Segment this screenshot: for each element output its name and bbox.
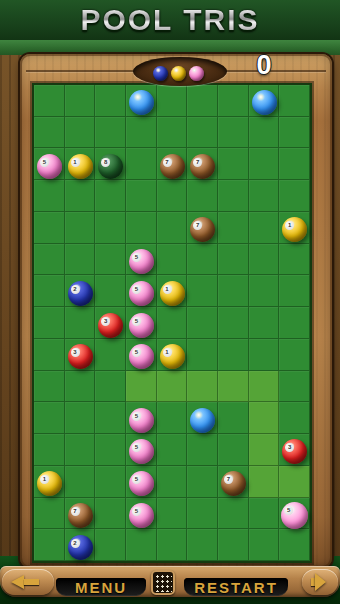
board-cell[interactable] [65, 117, 96, 149]
ball-pink[interactable]: 5 [129, 408, 154, 433]
board-cell[interactable] [34, 529, 65, 561]
board-cell[interactable] [95, 244, 126, 276]
board-cell[interactable] [279, 180, 310, 212]
ball-number: 1 [71, 158, 80, 167]
board-cell[interactable] [218, 339, 249, 371]
board-cell-highlighted[interactable] [187, 371, 218, 403]
board-cell[interactable] [187, 180, 218, 212]
board-cell[interactable] [34, 180, 65, 212]
board-cell-highlighted[interactable] [279, 466, 310, 498]
board-cell-highlighted[interactable] [249, 402, 280, 434]
board-cell[interactable] [126, 529, 157, 561]
board-cell[interactable] [249, 117, 280, 149]
board-cell[interactable] [218, 212, 249, 244]
board-cell[interactable] [95, 180, 126, 212]
next-ball-yellow [171, 66, 186, 81]
pool-tris-app: POOL TRIS 51877715251353515531577552 0 M… [0, 0, 340, 604]
ball-number: 1 [163, 348, 172, 357]
ball-blue[interactable] [190, 408, 215, 433]
ball-yellow[interactable]: 1 [68, 154, 93, 179]
board-cell[interactable] [279, 148, 310, 180]
back-arrow-icon [11, 575, 24, 589]
board-cell[interactable] [65, 212, 96, 244]
ball-number: 2 [71, 539, 80, 548]
title-bar: POOL TRIS [0, 0, 340, 40]
board-cell[interactable] [157, 117, 188, 149]
board-cell[interactable] [218, 244, 249, 276]
board-cell[interactable] [65, 466, 96, 498]
ball-number: 3 [101, 317, 110, 326]
restart-label: RESTART [194, 579, 278, 596]
ball-blue[interactable] [252, 90, 277, 115]
ball-pink[interactable]: 5 [129, 313, 154, 338]
board-cell[interactable] [126, 212, 157, 244]
board-cell[interactable] [157, 529, 188, 561]
ball-pink[interactable]: 5 [129, 281, 154, 306]
board-cell[interactable] [157, 244, 188, 276]
board-cell[interactable] [157, 402, 188, 434]
menu-button[interactable]: MENU [56, 578, 146, 596]
board-cell[interactable] [279, 307, 310, 339]
board-cell[interactable] [34, 212, 65, 244]
sound-button[interactable] [302, 569, 338, 595]
board-cell[interactable] [249, 339, 280, 371]
board-cell[interactable] [95, 212, 126, 244]
board-cell[interactable] [249, 244, 280, 276]
ball-navy[interactable]: 2 [68, 535, 93, 560]
board-cell[interactable] [34, 402, 65, 434]
board-cell[interactable] [279, 275, 310, 307]
ball-number: 8 [101, 158, 110, 167]
board-cell[interactable] [157, 498, 188, 530]
board-cell[interactable] [65, 244, 96, 276]
ball-number: 5 [132, 507, 141, 516]
board-cell[interactable] [95, 466, 126, 498]
board-cell[interactable] [187, 434, 218, 466]
board-cell[interactable] [95, 498, 126, 530]
next-balls-tray [133, 57, 227, 86]
board: 51877715251353515531577552 [34, 85, 310, 561]
board-cell[interactable] [218, 402, 249, 434]
board-cell[interactable] [34, 275, 65, 307]
board-cell[interactable] [34, 307, 65, 339]
app-title: POOL TRIS [80, 0, 259, 40]
board-cell[interactable] [157, 85, 188, 117]
mini-board-icon[interactable] [151, 570, 175, 595]
board-cell[interactable] [126, 117, 157, 149]
ball-brown[interactable]: 7 [221, 471, 246, 496]
board-cell[interactable] [95, 339, 126, 371]
board-cell[interactable] [34, 498, 65, 530]
board-cell[interactable] [157, 212, 188, 244]
ball-number: 1 [40, 475, 49, 484]
board-cell-highlighted[interactable] [157, 371, 188, 403]
board-cell[interactable] [95, 402, 126, 434]
ball-navy[interactable]: 2 [68, 281, 93, 306]
board-cell[interactable] [187, 244, 218, 276]
ball-pink-large[interactable]: 5 [281, 502, 308, 529]
speaker-icon-cone [315, 573, 326, 591]
ball-number: 5 [132, 317, 141, 326]
board-cell[interactable] [249, 180, 280, 212]
board-cell[interactable] [95, 85, 126, 117]
board-cell[interactable] [187, 498, 218, 530]
board-cell[interactable] [187, 307, 218, 339]
board-cell[interactable] [279, 85, 310, 117]
ball-number: 5 [132, 253, 141, 262]
ball-yellow[interactable]: 1 [160, 344, 185, 369]
ball-number: 7 [193, 221, 202, 230]
ball-number: 3 [285, 443, 294, 452]
board-cell[interactable] [187, 117, 218, 149]
board-cell[interactable] [157, 180, 188, 212]
back-arrow-icon-tail [24, 579, 39, 585]
ball-pink[interactable]: 5 [129, 344, 154, 369]
ball-number: 5 [132, 348, 141, 357]
board-cell[interactable] [279, 371, 310, 403]
board-cell[interactable] [279, 117, 310, 149]
ball-number: 5 [40, 158, 49, 167]
board-cell[interactable] [279, 339, 310, 371]
ball-number: 7 [224, 475, 233, 484]
ball-number: 5 [132, 412, 141, 421]
board-cell[interactable] [34, 85, 65, 117]
board-cell-highlighted[interactable] [249, 466, 280, 498]
ball-number: 2 [71, 285, 80, 294]
board-cell-highlighted[interactable] [126, 371, 157, 403]
board-cell[interactable] [249, 498, 280, 530]
score-value: 0 [244, 50, 284, 81]
board-cell[interactable] [95, 529, 126, 561]
board-cell[interactable] [157, 434, 188, 466]
board-cell[interactable] [187, 275, 218, 307]
board-cell[interactable] [187, 85, 218, 117]
board-cell[interactable] [95, 434, 126, 466]
board-cell[interactable] [187, 466, 218, 498]
board-cell[interactable] [218, 529, 249, 561]
ball-red[interactable]: 3 [68, 344, 93, 369]
board-cell[interactable] [187, 339, 218, 371]
board-cell[interactable] [249, 148, 280, 180]
board-cell[interactable] [34, 117, 65, 149]
ball-number: 1 [163, 285, 172, 294]
board-cell[interactable] [34, 244, 65, 276]
ball-brown[interactable]: 7 [68, 503, 93, 528]
board-cell[interactable] [218, 117, 249, 149]
board-cell[interactable] [218, 180, 249, 212]
board-cell[interactable] [249, 212, 280, 244]
ball-number: 7 [71, 507, 80, 516]
back-button[interactable] [2, 569, 54, 595]
ball-number: 5 [132, 443, 141, 452]
ball-number: 3 [71, 348, 80, 357]
board-cell[interactable] [65, 402, 96, 434]
board-cell[interactable] [249, 275, 280, 307]
ball-pink[interactable]: 5 [129, 503, 154, 528]
ball-number: 5 [132, 475, 141, 484]
board-cell[interactable] [65, 434, 96, 466]
ball-yellow[interactable]: 1 [160, 281, 185, 306]
board-cell[interactable] [249, 529, 280, 561]
board-cell[interactable] [218, 434, 249, 466]
next-ball-pink [189, 66, 204, 81]
board-cell[interactable] [157, 466, 188, 498]
board-cell[interactable] [218, 85, 249, 117]
board-cell[interactable] [157, 307, 188, 339]
ball-number: 7 [163, 158, 172, 167]
board-cell[interactable] [95, 371, 126, 403]
board-cell[interactable] [187, 529, 218, 561]
green-band [0, 40, 340, 55]
board-cell[interactable] [65, 371, 96, 403]
board-cell[interactable] [95, 275, 126, 307]
menu-label: MENU [75, 579, 127, 596]
board-cell[interactable] [218, 275, 249, 307]
board-cell[interactable] [249, 307, 280, 339]
ball-green[interactable]: 8 [98, 154, 123, 179]
board-cell[interactable] [65, 180, 96, 212]
board-cell-highlighted[interactable] [249, 371, 280, 403]
ball-number: 7 [193, 158, 202, 167]
board-cell-highlighted[interactable] [249, 434, 280, 466]
board-cell-highlighted[interactable] [218, 371, 249, 403]
board-cell[interactable] [218, 148, 249, 180]
board-cell[interactable] [218, 307, 249, 339]
board-cell[interactable] [34, 371, 65, 403]
ball-red[interactable]: 3 [98, 313, 123, 338]
board-cell[interactable] [218, 498, 249, 530]
board-cell[interactable] [126, 148, 157, 180]
board-cell[interactable] [65, 307, 96, 339]
board-cell[interactable] [279, 244, 310, 276]
restart-button[interactable]: RESTART [184, 578, 288, 596]
ball-brown[interactable]: 7 [160, 154, 185, 179]
board-cell[interactable] [34, 339, 65, 371]
ball-brown[interactable]: 7 [190, 154, 215, 179]
board-cell[interactable] [126, 180, 157, 212]
ball-number: 5 [284, 506, 293, 515]
ball-number: 5 [132, 285, 141, 294]
board-cell[interactable] [279, 402, 310, 434]
ball-pink[interactable]: 5 [129, 249, 154, 274]
board-cell[interactable] [34, 434, 65, 466]
ball-pink[interactable]: 5 [37, 154, 62, 179]
ball-pink[interactable]: 5 [129, 471, 154, 496]
next-ball-navy [153, 66, 168, 81]
board-cell[interactable] [65, 85, 96, 117]
ball-yellow[interactable]: 1 [37, 471, 62, 496]
board-cell[interactable] [95, 117, 126, 149]
board-cell[interactable] [279, 529, 310, 561]
ball-number: 1 [285, 221, 294, 230]
